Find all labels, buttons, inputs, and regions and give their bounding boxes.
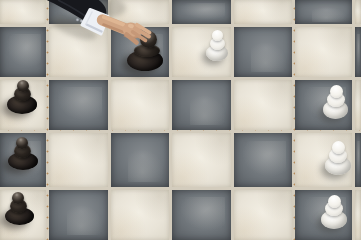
pieces-layer: [0, 0, 361, 240]
black-pawn-left-2[interactable]: [0, 0, 361, 240]
black-pawn-left-1[interactable]: [0, 0, 361, 240]
white-pawn-right-3-collar: [325, 201, 343, 216]
white-pawn-right-2-base: [325, 156, 351, 175]
white-pawn-right-1-base: [323, 100, 348, 119]
black-pawn-gripped-knob: [140, 31, 157, 48]
black-pawn-left-2-collar: [14, 144, 31, 158]
white-pawn-right-1-collar: [327, 92, 345, 107]
white-pawn-right-1[interactable]: [0, 0, 361, 240]
black-pawn-left-3-base: [5, 207, 34, 225]
white-pawn-right-1-knob: [330, 85, 343, 98]
black-pawn-left-3-knob: [12, 192, 24, 204]
white-pawn-right-3[interactable]: [0, 0, 361, 240]
black-pawn-left-1-knob: [17, 80, 29, 92]
black-pawn-left-1-base: [7, 95, 37, 114]
white-pawn-right-3-base: [321, 210, 347, 229]
black-pawn-gripped[interactable]: [0, 0, 361, 240]
black-pawn-left-1-collar: [14, 87, 31, 101]
white-pawn-top-base: [206, 45, 228, 61]
white-pawn-top[interactable]: [0, 0, 361, 240]
overhead-chess-photo: [0, 0, 361, 240]
black-pawn-gripped-base: [127, 50, 163, 71]
white-pawn-right-2-knob: [332, 141, 345, 154]
white-pawn-right-3-knob: [328, 195, 341, 208]
black-pawn-left-3-collar: [10, 199, 27, 213]
white-pawn-right-2-collar: [329, 148, 347, 163]
black-pawn-left-2-base: [8, 152, 38, 170]
white-pawn-top-collar: [210, 37, 225, 50]
white-pawn-right-2[interactable]: [0, 0, 361, 240]
black-pawn-left-2-knob: [16, 137, 28, 149]
black-pawn-left-3[interactable]: [0, 0, 361, 240]
black-pawn-gripped-collar: [134, 44, 160, 57]
white-pawn-top-knob: [212, 30, 223, 41]
